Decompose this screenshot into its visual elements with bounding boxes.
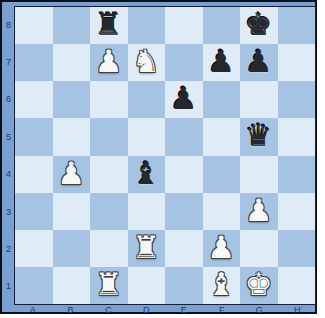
square-f1[interactable]: ♝ (203, 267, 241, 304)
square-d2[interactable]: ♜ (128, 230, 166, 267)
square-b1[interactable] (53, 267, 91, 304)
rank-label-4: 4 (3, 156, 14, 193)
square-h6[interactable] (278, 81, 316, 118)
square-g1[interactable]: ♚ (240, 267, 278, 304)
piece-white-king-g1[interactable]: ♚ (245, 269, 273, 300)
square-h3[interactable] (278, 193, 316, 230)
square-e3[interactable] (165, 193, 203, 230)
square-f4[interactable] (203, 156, 241, 193)
file-label-e: E (165, 305, 203, 315)
square-c6[interactable] (90, 81, 128, 118)
rank-label-2: 2 (3, 230, 14, 267)
rank-labels: 87654321 (3, 6, 14, 305)
square-a7[interactable] (15, 44, 53, 81)
piece-black-rook-c8[interactable]: ♜ (95, 9, 123, 40)
square-b3[interactable] (53, 193, 91, 230)
file-labels: ABCDEFGH (14, 305, 316, 315)
rank-label-6: 6 (3, 81, 14, 118)
square-c5[interactable] (90, 118, 128, 155)
square-d6[interactable] (128, 81, 166, 118)
square-g6[interactable] (240, 81, 278, 118)
square-e6[interactable]: ♟ (165, 81, 203, 118)
chess-board-frame: ♜♚♟♞♟♟♟♛♟♝♟♜♟♜♝♚ 87654321 ABCDEFGH (0, 0, 317, 314)
screenshot-root: ♜♚♟♞♟♟♟♛♟♝♟♜♟♜♝♚ 87654321 ABCDEFGH (0, 0, 325, 318)
square-d8[interactable] (128, 7, 166, 44)
piece-white-rook-d2[interactable]: ♜ (132, 232, 160, 263)
square-c7[interactable]: ♟ (90, 44, 128, 81)
file-label-d: D (127, 305, 165, 315)
square-b8[interactable] (53, 7, 91, 44)
square-b5[interactable] (53, 118, 91, 155)
square-g8[interactable]: ♚ (240, 7, 278, 44)
rank-label-5: 5 (3, 118, 14, 155)
square-a6[interactable] (15, 81, 53, 118)
square-f2[interactable]: ♟ (203, 230, 241, 267)
rank-label-3: 3 (3, 193, 14, 230)
square-b7[interactable] (53, 44, 91, 81)
square-h5[interactable] (278, 118, 316, 155)
square-e8[interactable] (165, 7, 203, 44)
square-g7[interactable]: ♟ (240, 44, 278, 81)
square-f8[interactable] (203, 7, 241, 44)
chess-board: ♜♚♟♞♟♟♟♛♟♝♟♜♟♜♝♚ (14, 6, 316, 305)
square-g2[interactable] (240, 230, 278, 267)
square-e2[interactable] (165, 230, 203, 267)
rank-label-8: 8 (3, 6, 14, 43)
square-c3[interactable] (90, 193, 128, 230)
file-label-b: B (52, 305, 90, 315)
square-d3[interactable] (128, 193, 166, 230)
file-label-c: C (90, 305, 128, 315)
piece-white-pawn-f2[interactable]: ♟ (207, 232, 235, 263)
square-b2[interactable] (53, 230, 91, 267)
piece-black-king-g8[interactable]: ♚ (245, 9, 273, 40)
square-a2[interactable] (15, 230, 53, 267)
rank-label-7: 7 (3, 43, 14, 80)
square-h7[interactable] (278, 44, 316, 81)
square-a4[interactable] (15, 156, 53, 193)
piece-black-bishop-d4[interactable]: ♝ (132, 158, 160, 189)
file-label-a: A (14, 305, 52, 315)
square-e7[interactable] (165, 44, 203, 81)
square-e1[interactable] (165, 267, 203, 304)
square-a5[interactable] (15, 118, 53, 155)
file-label-f: F (203, 305, 241, 315)
file-label-h: H (278, 305, 316, 315)
square-a1[interactable] (15, 267, 53, 304)
piece-white-pawn-c7[interactable]: ♟ (95, 46, 123, 77)
piece-white-pawn-g3[interactable]: ♟ (245, 195, 273, 226)
piece-black-pawn-f7[interactable]: ♟ (207, 46, 235, 77)
piece-white-pawn-b4[interactable]: ♟ (57, 158, 85, 189)
square-g4[interactable] (240, 156, 278, 193)
square-f5[interactable] (203, 118, 241, 155)
square-d7[interactable]: ♞ (128, 44, 166, 81)
square-b6[interactable] (53, 81, 91, 118)
square-d4[interactable]: ♝ (128, 156, 166, 193)
square-f6[interactable] (203, 81, 241, 118)
square-c8[interactable]: ♜ (90, 7, 128, 44)
file-label-g: G (241, 305, 279, 315)
square-h1[interactable] (278, 267, 316, 304)
rank-label-1: 1 (3, 268, 14, 305)
square-e4[interactable] (165, 156, 203, 193)
square-g5[interactable]: ♛ (240, 118, 278, 155)
piece-black-pawn-g7[interactable]: ♟ (245, 46, 273, 77)
piece-black-queen-g5[interactable]: ♛ (245, 120, 273, 151)
piece-white-knight-d7[interactable]: ♞ (132, 46, 160, 77)
square-g3[interactable]: ♟ (240, 193, 278, 230)
piece-white-rook-c1[interactable]: ♜ (95, 269, 123, 300)
square-h4[interactable] (278, 156, 316, 193)
square-c4[interactable] (90, 156, 128, 193)
square-e5[interactable] (165, 118, 203, 155)
square-c1[interactable]: ♜ (90, 267, 128, 304)
piece-white-bishop-f1[interactable]: ♝ (207, 269, 235, 300)
square-a3[interactable] (15, 193, 53, 230)
square-a8[interactable] (15, 7, 53, 44)
piece-black-pawn-e6[interactable]: ♟ (170, 83, 198, 114)
square-c2[interactable] (90, 230, 128, 267)
square-f3[interactable] (203, 193, 241, 230)
square-b4[interactable]: ♟ (53, 156, 91, 193)
square-d5[interactable] (128, 118, 166, 155)
square-d1[interactable] (128, 267, 166, 304)
square-h2[interactable] (278, 230, 316, 267)
square-f7[interactable]: ♟ (203, 44, 241, 81)
square-h8[interactable] (278, 7, 316, 44)
